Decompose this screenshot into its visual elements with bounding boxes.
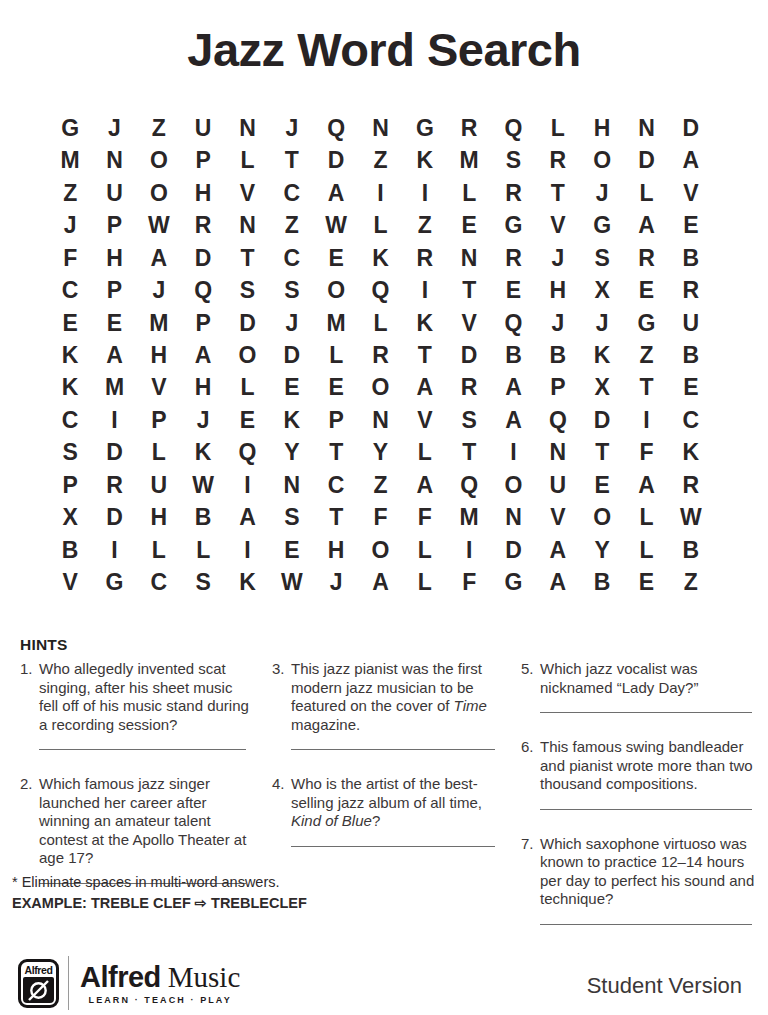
grid-cell: U	[536, 469, 580, 501]
grid-cell: D	[580, 404, 624, 436]
grid-cell: T	[536, 177, 580, 209]
answer-blank-line	[291, 749, 495, 750]
grid-cell: C	[48, 404, 92, 436]
grid-cell: C	[48, 274, 92, 306]
grid-cell: C	[270, 177, 314, 209]
grid-cell: I	[403, 177, 447, 209]
grid-cell: L	[403, 567, 447, 599]
grid-cell: A	[403, 469, 447, 501]
alfred-logo-wordmark: Alfred	[23, 964, 54, 977]
hint-item: 3.This jazz pianist was the first modern…	[272, 660, 500, 734]
grid-cell: O	[358, 534, 402, 566]
grid-cell: L	[137, 437, 181, 469]
grid-cell: F	[358, 502, 402, 534]
grid-cell: S	[48, 437, 92, 469]
grid-cell: E	[669, 209, 713, 241]
hint-number: 3.	[272, 660, 291, 734]
grid-cell: V	[403, 404, 447, 436]
footer-divider	[68, 956, 69, 1010]
grid-cell: T	[403, 339, 447, 371]
grid-cell: L	[403, 437, 447, 469]
grid-cell: A	[314, 177, 358, 209]
grid-cell: Y	[270, 437, 314, 469]
grid-cell: A	[536, 534, 580, 566]
hint-number: 2.	[20, 775, 39, 868]
grid-cell: A	[92, 339, 136, 371]
grid-cell: G	[491, 567, 535, 599]
grid-cell: A	[137, 242, 181, 274]
grid-cell: H	[181, 372, 225, 404]
hint-text: Who is the artist of the best-selling ja…	[291, 775, 500, 831]
grid-cell: F	[624, 437, 668, 469]
grid-cell: O	[314, 274, 358, 306]
answer-blank-line	[39, 749, 246, 750]
grid-cell: P	[314, 404, 358, 436]
grid-cell: A	[624, 469, 668, 501]
grid-cell: D	[491, 534, 535, 566]
hint-text: Which saxophone virtuoso was known to pr…	[540, 835, 757, 909]
grid-cell: X	[580, 274, 624, 306]
brand-name-music: Music	[168, 961, 241, 993]
answer-blank-line	[291, 846, 495, 847]
grid-cell: M	[314, 307, 358, 339]
grid-cell: D	[225, 307, 269, 339]
grid-cell: B	[669, 242, 713, 274]
grid-cell: D	[181, 242, 225, 274]
alfred-logo-glyph	[23, 977, 54, 1003]
alfred-logo: Alfred	[18, 959, 59, 1008]
brand-tagline: LEARN · TEACH · PLAY	[80, 995, 240, 1005]
grid-cell: V	[536, 502, 580, 534]
hint-number: 1.	[20, 660, 39, 734]
version-label: Student Version	[587, 973, 742, 999]
hint-text: Who allegedly invented scat singing, aft…	[39, 660, 251, 734]
grid-cell: P	[181, 307, 225, 339]
grid-cell: L	[624, 502, 668, 534]
grid-cell: A	[491, 372, 535, 404]
brand-name: AlfredMusic	[80, 962, 240, 992]
grid-cell: K	[403, 144, 447, 176]
grid-cell: K	[181, 437, 225, 469]
grid-cell: K	[358, 242, 402, 274]
grid-cell: R	[403, 242, 447, 274]
grid-cell: L	[137, 534, 181, 566]
grid-cell: H	[536, 274, 580, 306]
grid-cell: H	[137, 502, 181, 534]
grid-cell: Z	[403, 209, 447, 241]
answer-blank-line	[540, 712, 752, 713]
grid-cell: W	[669, 502, 713, 534]
grid-cell: L	[403, 534, 447, 566]
grid-cell: R	[491, 242, 535, 274]
grid-cell: R	[92, 469, 136, 501]
grid-cell: Q	[225, 437, 269, 469]
grid-cell: U	[669, 307, 713, 339]
grid-cell: R	[181, 209, 225, 241]
grid-cell: L	[624, 534, 668, 566]
hints-column-2: 3.This jazz pianist was the first modern…	[272, 660, 500, 872]
circle-slash-icon	[26, 979, 51, 1002]
grid-cell: R	[447, 112, 491, 144]
footnote-rule: * Eliminate spaces in multi-word answers…	[12, 872, 307, 893]
grid-cell: O	[137, 144, 181, 176]
grid-cell: K	[669, 437, 713, 469]
grid-cell: Q	[491, 112, 535, 144]
grid-cell: L	[225, 144, 269, 176]
grid-cell: K	[270, 404, 314, 436]
grid-cell: D	[92, 437, 136, 469]
grid-cell: G	[580, 209, 624, 241]
grid-cell: L	[447, 177, 491, 209]
grid-cell: O	[580, 144, 624, 176]
grid-cell: G	[48, 112, 92, 144]
grid-cell: G	[92, 567, 136, 599]
grid-cell: Z	[137, 112, 181, 144]
grid-cell: E	[225, 404, 269, 436]
grid-cell: Z	[270, 209, 314, 241]
grid-cell: M	[137, 307, 181, 339]
grid-cell: D	[669, 112, 713, 144]
grid-cell: P	[92, 274, 136, 306]
hint-item: 4.Who is the artist of the best-selling …	[272, 775, 500, 831]
page-title: Jazz Word Search	[0, 22, 768, 77]
grid-cell: P	[181, 144, 225, 176]
grid-cell: F	[403, 502, 447, 534]
hint-number: 7.	[521, 835, 540, 909]
grid-cell: K	[403, 307, 447, 339]
grid-cell: Q	[314, 112, 358, 144]
grid-cell: J	[536, 307, 580, 339]
hint-number: 6.	[521, 738, 540, 794]
grid-cell: I	[358, 177, 402, 209]
grid-cell: Y	[358, 437, 402, 469]
grid-cell: F	[48, 242, 92, 274]
grid-cell: C	[669, 404, 713, 436]
grid-cell: R	[536, 144, 580, 176]
grid-cell: Z	[358, 144, 402, 176]
grid-cell: W	[181, 469, 225, 501]
grid-cell: A	[181, 339, 225, 371]
footnote: * Eliminate spaces in multi-word answers…	[12, 872, 307, 913]
grid-cell: O	[225, 339, 269, 371]
wordsearch-grid: GJZUNJQNGRQLHNDMNOPLTDZKMSRODAZUOHVCAIIL…	[48, 112, 713, 599]
grid-cell: B	[181, 502, 225, 534]
grid-cell: N	[225, 209, 269, 241]
grid-cell: E	[270, 372, 314, 404]
grid-cell: K	[580, 339, 624, 371]
grid-cell: J	[48, 209, 92, 241]
grid-cell: D	[92, 502, 136, 534]
grid-cell: S	[225, 274, 269, 306]
grid-cell: L	[181, 534, 225, 566]
grid-cell: O	[137, 177, 181, 209]
grid-cell: S	[270, 502, 314, 534]
grid-cell: R	[669, 469, 713, 501]
hint-text: Which jazz vocalist was nicknamed “Lady …	[540, 660, 757, 697]
grid-cell: Q	[181, 274, 225, 306]
grid-cell: V	[536, 209, 580, 241]
grid-cell: I	[92, 404, 136, 436]
grid-cell: T	[270, 144, 314, 176]
grid-cell: W	[314, 209, 358, 241]
hints-column-3: 5.Which jazz vocalist was nicknamed “Lad…	[521, 660, 757, 950]
grid-cell: A	[358, 567, 402, 599]
grid-cell: M	[48, 144, 92, 176]
grid-cell: L	[358, 307, 402, 339]
grid-cell: H	[314, 534, 358, 566]
grid-cell: L	[314, 339, 358, 371]
hint-text: This jazz pianist was the first modern j…	[291, 660, 500, 734]
grid-cell: I	[491, 437, 535, 469]
grid-cell: E	[270, 534, 314, 566]
hint-number: 4.	[272, 775, 291, 831]
grid-cell: C	[270, 242, 314, 274]
grid-cell: B	[669, 534, 713, 566]
grid-cell: N	[225, 112, 269, 144]
grid-cell: Q	[447, 469, 491, 501]
grid-cell: H	[580, 112, 624, 144]
grid-cell: I	[447, 534, 491, 566]
grid-cell: T	[580, 437, 624, 469]
brand-wordmark: AlfredMusic LEARN · TEACH · PLAY	[80, 962, 240, 1005]
grid-cell: W	[270, 567, 314, 599]
grid-cell: G	[624, 307, 668, 339]
grid-cell: B	[669, 339, 713, 371]
grid-cell: I	[624, 404, 668, 436]
grid-cell: K	[225, 567, 269, 599]
grid-cell: T	[225, 242, 269, 274]
grid-cell: A	[403, 372, 447, 404]
grid-cell: T	[447, 274, 491, 306]
grid-cell: G	[491, 209, 535, 241]
grid-cell: S	[491, 144, 535, 176]
grid-cell: I	[225, 469, 269, 501]
grid-cell: N	[358, 404, 402, 436]
grid-cell: V	[48, 567, 92, 599]
grid-cell: O	[580, 502, 624, 534]
grid-cell: V	[137, 372, 181, 404]
grid-cell: T	[314, 437, 358, 469]
grid-cell: H	[92, 242, 136, 274]
grid-cell: I	[92, 534, 136, 566]
grid-cell: Z	[624, 339, 668, 371]
hint-item: 5.Which jazz vocalist was nicknamed “Lad…	[521, 660, 757, 697]
grid-cell: P	[137, 404, 181, 436]
answer-blank-line	[540, 924, 752, 925]
grid-cell: J	[580, 177, 624, 209]
grid-cell: S	[270, 274, 314, 306]
grid-cell: T	[624, 372, 668, 404]
grid-cell: Y	[580, 534, 624, 566]
grid-cell: W	[137, 209, 181, 241]
grid-cell: A	[491, 404, 535, 436]
grid-cell: M	[92, 372, 136, 404]
grid-cell: A	[225, 502, 269, 534]
grid-cell: V	[225, 177, 269, 209]
hint-text: This famous swing bandleader and pianist…	[540, 738, 757, 794]
footnote-example: EXAMPLE: TREBLE CLEF ⇨ TREBLECLEF	[12, 893, 307, 914]
grid-cell: E	[314, 372, 358, 404]
grid-cell: N	[624, 112, 668, 144]
grid-cell: Q	[358, 274, 402, 306]
grid-cell: Q	[491, 307, 535, 339]
grid-cell: E	[624, 567, 668, 599]
grid-cell: U	[137, 469, 181, 501]
grid-cell: E	[447, 209, 491, 241]
grid-cell: J	[270, 112, 314, 144]
grid-cell: D	[314, 144, 358, 176]
grid-cell: U	[92, 177, 136, 209]
grid-cell: F	[447, 567, 491, 599]
grid-cell: J	[137, 274, 181, 306]
grid-cell: J	[314, 567, 358, 599]
grid-cell: L	[624, 177, 668, 209]
grid-cell: H	[137, 339, 181, 371]
grid-cell: D	[447, 339, 491, 371]
grid-cell: E	[624, 274, 668, 306]
grid-cell: O	[358, 372, 402, 404]
grid-cell: R	[447, 372, 491, 404]
hint-item: 1.Who allegedly invented scat singing, a…	[20, 660, 251, 734]
grid-cell: C	[314, 469, 358, 501]
grid-cell: E	[314, 242, 358, 274]
grid-cell: N	[358, 112, 402, 144]
grid-cell: I	[403, 274, 447, 306]
grid-cell: Z	[358, 469, 402, 501]
grid-cell: V	[669, 177, 713, 209]
grid-cell: G	[403, 112, 447, 144]
grid-cell: N	[92, 144, 136, 176]
grid-cell: E	[580, 469, 624, 501]
hints-heading: HINTS	[20, 636, 757, 654]
grid-cell: A	[669, 144, 713, 176]
grid-cell: P	[48, 469, 92, 501]
hint-text: Which famous jazz singer launched her ca…	[39, 775, 251, 868]
grid-cell: A	[536, 567, 580, 599]
grid-cell: Z	[48, 177, 92, 209]
grid-cell: M	[447, 144, 491, 176]
grid-cell: S	[447, 404, 491, 436]
grid-cell: D	[624, 144, 668, 176]
answer-blank-line	[540, 809, 752, 810]
grid-cell: N	[491, 502, 535, 534]
grid-cell: L	[536, 112, 580, 144]
grid-cell: L	[358, 209, 402, 241]
grid-cell: O	[491, 469, 535, 501]
grid-cell: S	[580, 242, 624, 274]
grid-cell: A	[624, 209, 668, 241]
grid-cell: R	[491, 177, 535, 209]
grid-cell: J	[536, 242, 580, 274]
grid-cell: R	[669, 274, 713, 306]
grid-cell: P	[92, 209, 136, 241]
grid-cell: B	[491, 339, 535, 371]
hint-number: 5.	[521, 660, 540, 697]
grid-cell: V	[447, 307, 491, 339]
grid-cell: N	[270, 469, 314, 501]
grid-cell: Q	[536, 404, 580, 436]
grid-cell: I	[225, 534, 269, 566]
grid-cell: R	[358, 339, 402, 371]
hint-item: 2.Which famous jazz singer launched her …	[20, 775, 251, 868]
grid-cell: N	[447, 242, 491, 274]
grid-cell: D	[270, 339, 314, 371]
grid-cell: J	[580, 307, 624, 339]
grid-cell: E	[491, 274, 535, 306]
grid-cell: E	[48, 307, 92, 339]
grid-cell: Z	[669, 567, 713, 599]
grid-cell: J	[181, 404, 225, 436]
grid-cell: T	[314, 502, 358, 534]
grid-cell: B	[580, 567, 624, 599]
grid-cell: J	[92, 112, 136, 144]
grid-cell: B	[48, 534, 92, 566]
grid-cell: C	[137, 567, 181, 599]
grid-cell: E	[92, 307, 136, 339]
grid-cell: M	[447, 502, 491, 534]
grid-cell: N	[536, 437, 580, 469]
worksheet-page: Jazz Word Search GJZUNJQNGRQLHNDMNOPLTDZ…	[0, 0, 768, 1015]
grid-cell: R	[624, 242, 668, 274]
grid-cell: X	[580, 372, 624, 404]
grid-cell: B	[536, 339, 580, 371]
grid-cell: U	[181, 112, 225, 144]
grid-cell: H	[181, 177, 225, 209]
grid-cell: J	[270, 307, 314, 339]
grid-cell: L	[225, 372, 269, 404]
grid-cell: K	[48, 339, 92, 371]
grid-cell: S	[181, 567, 225, 599]
grid-cell: E	[669, 372, 713, 404]
brand-name-alfred: Alfred	[80, 961, 161, 993]
hint-item: 6.This famous swing bandleader and piani…	[521, 738, 757, 794]
grid-cell: P	[536, 372, 580, 404]
grid-cell: K	[48, 372, 92, 404]
grid-cell: X	[48, 502, 92, 534]
hint-item: 7.Which saxophone virtuoso was known to …	[521, 835, 757, 909]
grid-cell: T	[447, 437, 491, 469]
